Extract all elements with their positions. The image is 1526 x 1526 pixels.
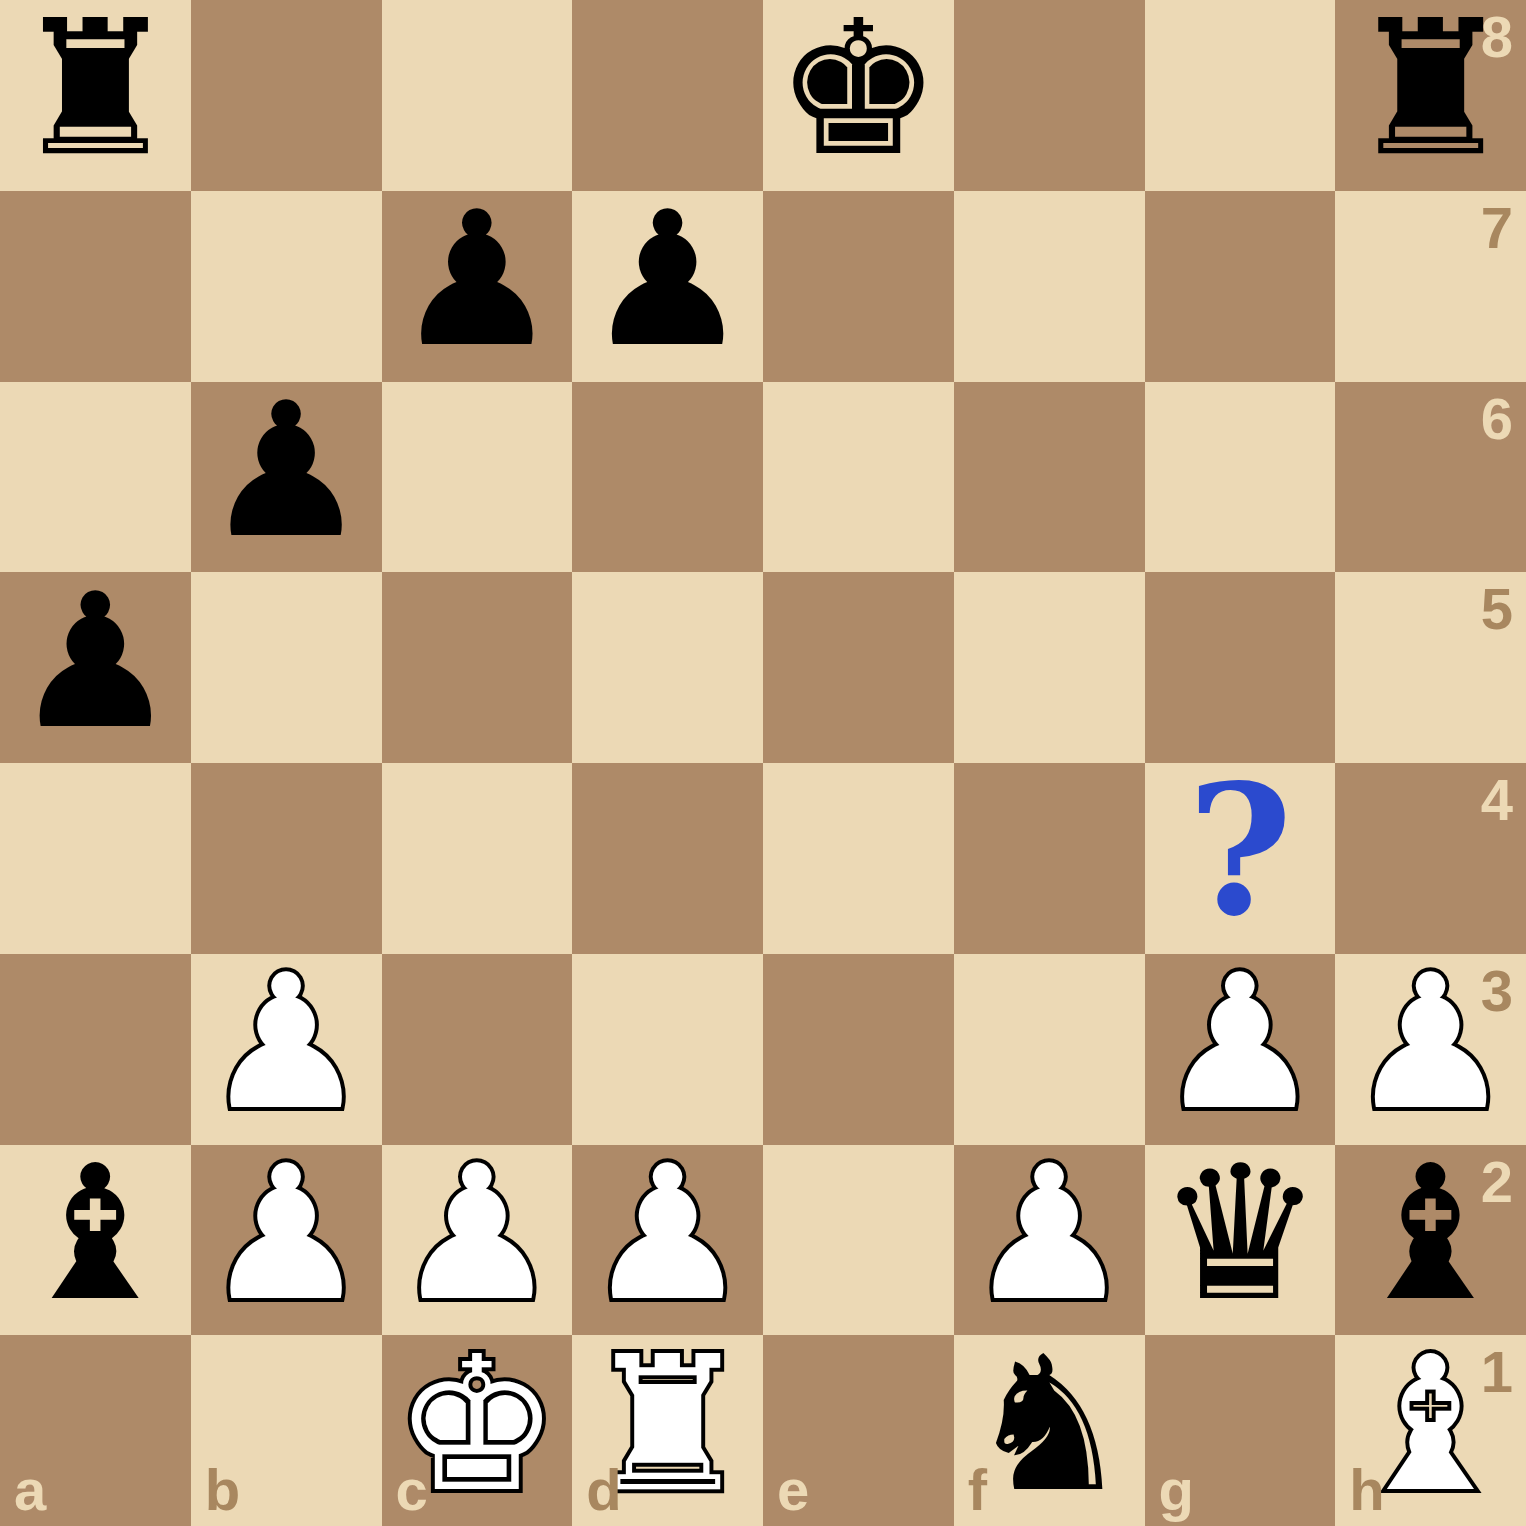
square-g3[interactable]: ♟ [1145, 954, 1336, 1145]
black-pawn-piece[interactable]: ♟ [394, 187, 561, 373]
black-bishop-piece[interactable]: ♝ [12, 1141, 179, 1327]
square-h1[interactable]: ♝1h [1335, 1335, 1526, 1526]
square-a7[interactable] [0, 191, 191, 382]
square-c8[interactable] [382, 0, 573, 191]
square-h7[interactable]: 7 [1335, 191, 1526, 382]
white-pawn-piece[interactable]: ♟ [203, 1141, 370, 1327]
rank-label-2: 2 [1481, 1153, 1513, 1211]
rank-label-1: 1 [1481, 1343, 1513, 1401]
square-d3[interactable] [572, 954, 763, 1145]
square-a2[interactable]: ♝ [0, 1145, 191, 1336]
square-a3[interactable] [0, 954, 191, 1145]
rank-label-6: 6 [1481, 390, 1513, 448]
square-g1[interactable]: g [1145, 1335, 1336, 1526]
question-mark-annotation: ? [1187, 760, 1292, 940]
rank-label-7: 7 [1481, 199, 1513, 257]
square-h2[interactable]: ♝2 [1335, 1145, 1526, 1336]
square-a8[interactable]: ♜ [0, 0, 191, 191]
white-pawn-piece[interactable]: ♟ [394, 1141, 561, 1327]
file-label-d: d [586, 1461, 621, 1519]
black-pawn-piece[interactable]: ♟ [584, 187, 751, 373]
square-f7[interactable] [954, 191, 1145, 382]
square-f6[interactable] [954, 382, 1145, 573]
white-pawn-piece[interactable]: ♟ [203, 950, 370, 1136]
black-knight-piece[interactable]: ♞ [966, 1332, 1133, 1518]
square-a1[interactable]: a [0, 1335, 191, 1526]
black-queen-piece[interactable]: ♛ [1157, 1141, 1324, 1327]
square-e1[interactable]: e [763, 1335, 954, 1526]
square-a6[interactable] [0, 382, 191, 573]
square-b1[interactable]: b [191, 1335, 382, 1526]
file-label-f: f [968, 1461, 987, 1519]
file-label-g: g [1159, 1461, 1194, 1519]
file-label-c: c [396, 1461, 428, 1519]
square-b6[interactable]: ♟ [191, 382, 382, 573]
rank-label-8: 8 [1481, 8, 1513, 66]
square-e5[interactable] [763, 572, 954, 763]
rank-label-4: 4 [1481, 771, 1513, 829]
black-rook-piece[interactable]: ♜ [12, 0, 179, 182]
square-b2[interactable]: ♟ [191, 1145, 382, 1336]
square-b3[interactable]: ♟ [191, 954, 382, 1145]
white-pawn-piece[interactable]: ♟ [966, 1141, 1133, 1327]
square-b5[interactable] [191, 572, 382, 763]
file-label-b: b [205, 1461, 240, 1519]
square-g6[interactable] [1145, 382, 1336, 573]
square-d7[interactable]: ♟ [572, 191, 763, 382]
square-g2[interactable]: ♛ [1145, 1145, 1336, 1336]
black-king-piece[interactable]: ♚ [775, 0, 942, 182]
file-label-a: a [14, 1461, 46, 1519]
square-b7[interactable] [191, 191, 382, 382]
square-d4[interactable] [572, 763, 763, 954]
square-a4[interactable] [0, 763, 191, 954]
square-e8[interactable]: ♚ [763, 0, 954, 191]
square-f4[interactable] [954, 763, 1145, 954]
black-pawn-piece[interactable]: ♟ [203, 378, 370, 564]
square-h3[interactable]: ♟3 [1335, 954, 1526, 1145]
square-c5[interactable] [382, 572, 573, 763]
file-label-e: e [777, 1461, 809, 1519]
square-c6[interactable] [382, 382, 573, 573]
square-h6[interactable]: 6 [1335, 382, 1526, 573]
square-e4[interactable] [763, 763, 954, 954]
square-g5[interactable] [1145, 572, 1336, 763]
square-d5[interactable] [572, 572, 763, 763]
square-d1[interactable]: ♜d [572, 1335, 763, 1526]
square-g8[interactable] [1145, 0, 1336, 191]
square-e6[interactable] [763, 382, 954, 573]
square-e3[interactable] [763, 954, 954, 1145]
square-b8[interactable] [191, 0, 382, 191]
square-b4[interactable] [191, 763, 382, 954]
white-pawn-piece[interactable]: ♟ [1157, 950, 1324, 1136]
black-pawn-piece[interactable]: ♟ [12, 569, 179, 755]
square-c1[interactable]: ♚c [382, 1335, 573, 1526]
square-f5[interactable] [954, 572, 1145, 763]
square-a5[interactable]: ♟ [0, 572, 191, 763]
square-e7[interactable] [763, 191, 954, 382]
square-g7[interactable] [1145, 191, 1336, 382]
file-label-h: h [1349, 1461, 1384, 1519]
square-c2[interactable]: ♟ [382, 1145, 573, 1336]
rank-label-3: 3 [1481, 962, 1513, 1020]
square-d2[interactable]: ♟ [572, 1145, 763, 1336]
square-h8[interactable]: ♜8 [1335, 0, 1526, 191]
square-c7[interactable]: ♟ [382, 191, 573, 382]
square-f1[interactable]: ♞f [954, 1335, 1145, 1526]
square-g4[interactable]: ? [1145, 763, 1336, 954]
rank-label-5: 5 [1481, 580, 1513, 638]
square-f8[interactable] [954, 0, 1145, 191]
square-d6[interactable] [572, 382, 763, 573]
square-f3[interactable] [954, 954, 1145, 1145]
chess-board: ♜♚♜8♟♟7♟6♟5?4♟♟♟3♝♟♟♟♟♛♝2ab♚c♜de♞fg♝1h [0, 0, 1526, 1526]
square-c4[interactable] [382, 763, 573, 954]
square-h4[interactable]: 4 [1335, 763, 1526, 954]
square-c3[interactable] [382, 954, 573, 1145]
square-f2[interactable]: ♟ [954, 1145, 1145, 1336]
white-pawn-piece[interactable]: ♟ [584, 1141, 751, 1327]
square-e2[interactable] [763, 1145, 954, 1336]
square-h5[interactable]: 5 [1335, 572, 1526, 763]
square-d8[interactable] [572, 0, 763, 191]
